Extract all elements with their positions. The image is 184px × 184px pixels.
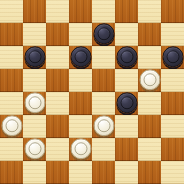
dark-square[interactable] xyxy=(138,23,161,46)
dark-square[interactable] xyxy=(69,138,92,161)
dark-square[interactable] xyxy=(92,23,115,46)
dark-square[interactable] xyxy=(0,161,23,184)
light-square xyxy=(23,161,46,184)
dark-square[interactable] xyxy=(161,92,184,115)
light-square xyxy=(92,92,115,115)
light-square xyxy=(0,0,23,23)
light-square xyxy=(161,161,184,184)
light-square xyxy=(46,0,69,23)
dark-square[interactable] xyxy=(92,161,115,184)
white-man[interactable] xyxy=(70,138,91,159)
light-square xyxy=(161,69,184,92)
light-square xyxy=(92,138,115,161)
light-square xyxy=(138,138,161,161)
light-square xyxy=(92,0,115,23)
checkers-board xyxy=(0,0,184,184)
light-square xyxy=(46,138,69,161)
dark-square[interactable] xyxy=(161,0,184,23)
checkers-app xyxy=(0,0,184,184)
dark-square[interactable] xyxy=(46,161,69,184)
dark-square[interactable] xyxy=(0,115,23,138)
dark-square[interactable] xyxy=(23,92,46,115)
black-man[interactable] xyxy=(70,46,91,67)
dark-square[interactable] xyxy=(115,46,138,69)
light-square xyxy=(0,138,23,161)
light-square xyxy=(161,23,184,46)
light-square xyxy=(46,92,69,115)
dark-square[interactable] xyxy=(138,161,161,184)
dark-square[interactable] xyxy=(23,138,46,161)
dark-square[interactable] xyxy=(69,0,92,23)
dark-square[interactable] xyxy=(46,23,69,46)
black-man[interactable] xyxy=(24,46,45,67)
dark-square[interactable] xyxy=(115,0,138,23)
light-square xyxy=(138,92,161,115)
dark-square[interactable] xyxy=(138,115,161,138)
dark-square[interactable] xyxy=(23,0,46,23)
white-man[interactable] xyxy=(139,69,160,90)
light-square xyxy=(138,0,161,23)
dark-square[interactable] xyxy=(115,138,138,161)
dark-square[interactable] xyxy=(92,115,115,138)
dark-square[interactable] xyxy=(69,92,92,115)
dark-square[interactable] xyxy=(69,46,92,69)
light-square xyxy=(0,92,23,115)
light-square xyxy=(115,23,138,46)
light-square xyxy=(46,46,69,69)
black-man[interactable] xyxy=(116,46,137,67)
white-man[interactable] xyxy=(24,92,45,113)
dark-square[interactable] xyxy=(161,138,184,161)
light-square xyxy=(115,115,138,138)
light-square xyxy=(69,115,92,138)
light-square xyxy=(23,115,46,138)
dark-square[interactable] xyxy=(92,69,115,92)
light-square xyxy=(92,46,115,69)
dark-square[interactable] xyxy=(0,23,23,46)
dark-square[interactable] xyxy=(0,69,23,92)
black-man[interactable] xyxy=(162,46,183,67)
light-square xyxy=(69,161,92,184)
dark-square[interactable] xyxy=(161,46,184,69)
black-man[interactable] xyxy=(116,92,137,113)
dark-square[interactable] xyxy=(46,115,69,138)
dark-square[interactable] xyxy=(23,46,46,69)
light-square xyxy=(23,69,46,92)
light-square xyxy=(138,46,161,69)
light-square xyxy=(69,69,92,92)
light-square xyxy=(0,46,23,69)
dark-square[interactable] xyxy=(115,92,138,115)
white-man[interactable] xyxy=(24,138,45,159)
light-square xyxy=(115,161,138,184)
dark-square[interactable] xyxy=(138,69,161,92)
light-square xyxy=(115,69,138,92)
light-square xyxy=(69,23,92,46)
light-square xyxy=(161,115,184,138)
dark-square[interactable] xyxy=(46,69,69,92)
white-man[interactable] xyxy=(1,115,22,136)
white-man[interactable] xyxy=(93,115,114,136)
black-man[interactable] xyxy=(93,23,114,44)
light-square xyxy=(23,23,46,46)
